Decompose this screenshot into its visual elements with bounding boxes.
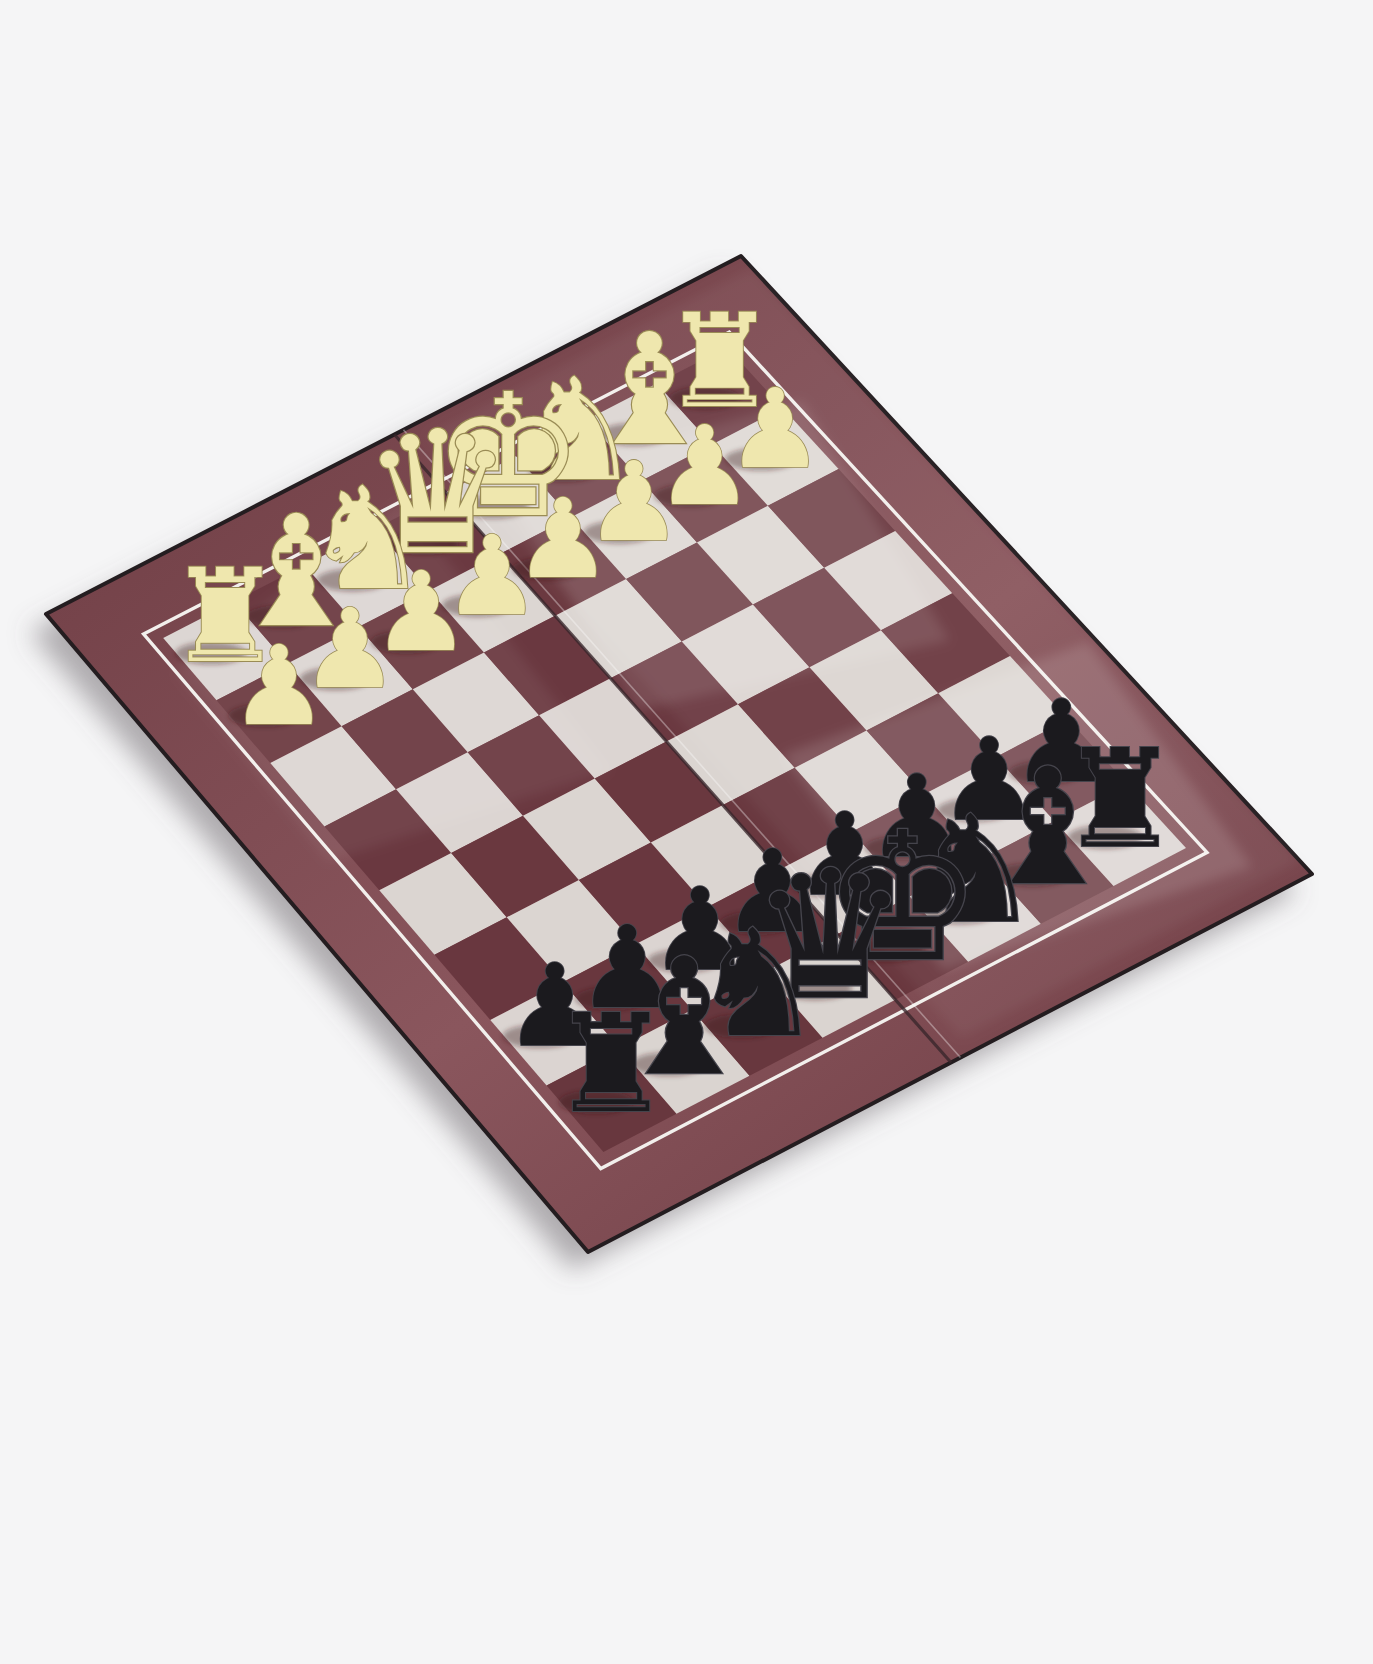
chessboard-photo: ♜♝♟♞♟♚♟♛♟♞♟♝♟♜♟♟♟♟♜♟♝♟♞♟♚♟♛♟♞♟♝♜ xyxy=(0,0,1373,1664)
piece-black-rook-a8[interactable]: ♜ xyxy=(551,985,673,1143)
piece-white-pawn-a2[interactable]: ♟ xyxy=(230,622,329,750)
photo-stage: ♜♝♟♞♟♚♟♛♟♞♟♝♟♜♟♟♟♟♜♟♝♟♞♟♚♟♛♟♞♟♝♜ xyxy=(0,0,1373,1664)
